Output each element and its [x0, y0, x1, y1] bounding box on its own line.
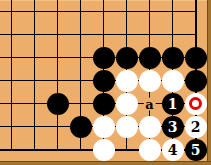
- black-stone: 3: [162, 116, 184, 138]
- board-point: [46, 92, 69, 115]
- circle-mark-icon: [189, 97, 202, 110]
- board-point: [138, 69, 161, 92]
- point-label-a: a: [143, 97, 155, 110]
- board-point: [69, 92, 92, 115]
- board-point: [138, 46, 161, 69]
- board-point: [92, 92, 115, 115]
- board-point: [46, 69, 69, 92]
- black-stone: 5: [185, 139, 207, 161]
- black-stone: [93, 47, 115, 69]
- board-point: [23, 46, 46, 69]
- board-point: [0, 69, 23, 92]
- board-point: [138, 115, 161, 138]
- board-point: [115, 115, 138, 138]
- white-stone: 2: [185, 116, 207, 138]
- board-point: [69, 69, 92, 92]
- board-point: [92, 46, 115, 69]
- board-point: [46, 46, 69, 69]
- black-stone: [116, 47, 138, 69]
- board-point: [115, 138, 138, 161]
- board-point: [0, 0, 23, 23]
- board-point: 1: [161, 92, 184, 115]
- board-point: [69, 23, 92, 46]
- board-point: 4: [161, 138, 184, 161]
- board-point: [161, 0, 184, 23]
- board-point: [115, 23, 138, 46]
- board-point: 5: [184, 138, 207, 161]
- board-point: [161, 46, 184, 69]
- black-stone: [162, 47, 184, 69]
- board-point: [46, 0, 69, 23]
- black-stone: [185, 47, 207, 69]
- board-point: 3: [161, 115, 184, 138]
- board-point: [138, 138, 161, 161]
- white-stone: [116, 93, 138, 115]
- board-point: [69, 46, 92, 69]
- white-stone: [116, 116, 138, 138]
- board-point: [23, 92, 46, 115]
- move-number: 1: [168, 97, 178, 111]
- board-point: [0, 138, 23, 161]
- board-point: [115, 0, 138, 23]
- board-point: [69, 115, 92, 138]
- board-point: [184, 23, 207, 46]
- white-stone: 4: [162, 139, 184, 161]
- board-point: [69, 138, 92, 161]
- board-point: [23, 69, 46, 92]
- board-point: 2: [184, 115, 207, 138]
- frame-right-edge: [207, 0, 211, 165]
- move-number: 5: [191, 143, 201, 157]
- move-number: 4: [168, 143, 178, 157]
- board-point: [0, 115, 23, 138]
- board-point: [184, 92, 207, 115]
- white-stone: [185, 93, 207, 115]
- board-point: [184, 46, 207, 69]
- board-point: [23, 0, 46, 23]
- board-point: [23, 115, 46, 138]
- board-point: [23, 138, 46, 161]
- board-point: [184, 69, 207, 92]
- board-point: [161, 23, 184, 46]
- move-number: 3: [168, 120, 178, 134]
- white-stone: [139, 70, 161, 92]
- board-point: [46, 138, 69, 161]
- black-stone: [93, 93, 115, 115]
- frame-bottom-edge: [0, 161, 211, 165]
- board-point: [69, 0, 92, 23]
- board-point: [115, 92, 138, 115]
- go-board: a13245: [0, 0, 207, 161]
- black-stone: [93, 70, 115, 92]
- board-point: [92, 115, 115, 138]
- board-point: [0, 46, 23, 69]
- go-diagram: a13245: [0, 0, 211, 165]
- board-point: [92, 69, 115, 92]
- white-stone: [93, 139, 115, 161]
- board-point: [46, 115, 69, 138]
- board-point: [46, 23, 69, 46]
- board-point: [115, 69, 138, 92]
- black-stone: 1: [162, 93, 184, 115]
- black-stone: [47, 93, 69, 115]
- board-point: [0, 23, 23, 46]
- board-point: [115, 46, 138, 69]
- black-stone: [70, 116, 92, 138]
- board-point: [184, 0, 207, 23]
- white-stone: [93, 116, 115, 138]
- board-point: [161, 69, 184, 92]
- black-stone: [139, 47, 161, 69]
- board-point: [0, 92, 23, 115]
- board-point: [92, 23, 115, 46]
- board-point: [138, 0, 161, 23]
- board-point: [138, 23, 161, 46]
- board-point: a: [138, 92, 161, 115]
- white-stone: [139, 116, 161, 138]
- white-stone: [139, 139, 161, 161]
- board-point: [23, 23, 46, 46]
- board-point: [92, 138, 115, 161]
- black-stone: [185, 70, 207, 92]
- board-point: [92, 0, 115, 23]
- white-stone: [162, 70, 184, 92]
- move-number: 2: [191, 120, 201, 134]
- white-stone: [116, 70, 138, 92]
